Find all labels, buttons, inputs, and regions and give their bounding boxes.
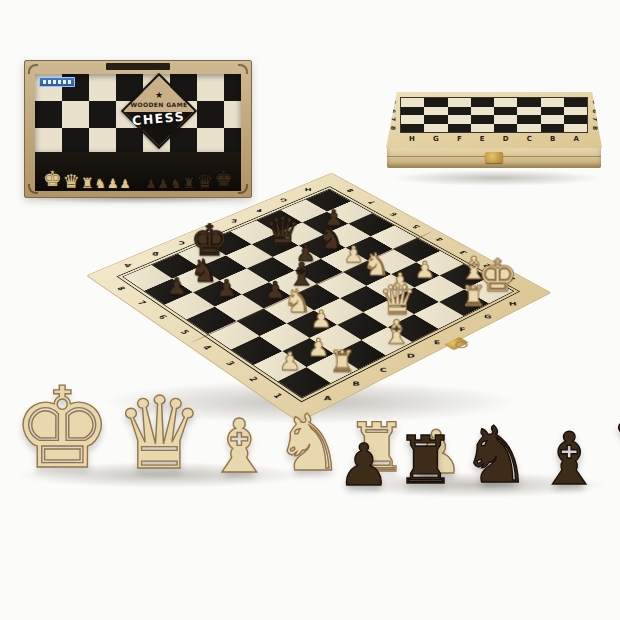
file-label-far-d: D [204, 229, 212, 233]
display-dark-pawn: ♟ [338, 439, 390, 492]
display-dark-knight: ♞ [461, 420, 531, 492]
blue-sticker [39, 77, 75, 87]
rank-label-left-7: 7 [135, 300, 146, 306]
packaging-box: ♚♛♜♞♟♟ ♟♟♞♜♛♚ ★ WOODEN GAME CHESS [24, 60, 252, 198]
box-piece-pawn: ♟ [157, 178, 169, 190]
box-diamond-label: ★ WOODEN GAME CHESS [121, 73, 197, 149]
folded-file-label: A [573, 136, 578, 143]
folded-file-label: G [433, 136, 439, 143]
file-label-far-h: H [305, 187, 312, 191]
box-piece-rook: ♜ [81, 177, 94, 190]
box-piece-knight: ♞ [170, 178, 182, 190]
folded-file-label: F [457, 136, 462, 143]
box-hang-tab [106, 63, 170, 70]
star-icon: ★ [155, 91, 163, 100]
folded-file-label: H [409, 136, 415, 143]
folded-board-file-letters: HGFEDCBA [400, 134, 588, 145]
folded-square [471, 98, 494, 107]
display-dark-queen: ♛ [608, 402, 620, 492]
piece-light-bishop-d1: ♝ [357, 316, 436, 349]
folded-square [541, 115, 564, 124]
folded-board-rank-numbers-left: 5678 [388, 98, 398, 132]
display-dark-rook: ♜ [396, 431, 455, 492]
display-dark-bishop: ♝ [537, 426, 602, 492]
box-piece-king: ♚ [43, 170, 62, 190]
box-piece-pawn: ♟ [107, 178, 119, 190]
corner-flourish-icon [28, 64, 38, 74]
folded-board: HGFEDCBA 5678 5678 [386, 92, 602, 178]
folded-square [424, 124, 447, 133]
folded-file-label: E [480, 136, 485, 143]
folded-square [448, 124, 471, 133]
rank-label-left-5: 5 [178, 330, 189, 336]
diamond-content: ★ WOODEN GAME CHESS [121, 73, 197, 149]
folded-square [471, 124, 494, 133]
folded-square [541, 107, 564, 116]
folded-rank-label: 5 [592, 100, 598, 104]
folded-square [424, 107, 447, 116]
folded-file-label: D [503, 136, 509, 143]
file-label-far-g: G [280, 197, 287, 201]
folded-square [564, 124, 587, 133]
folded-rank-label: 6 [390, 109, 396, 113]
file-label-f: F [459, 327, 466, 332]
folded-square [401, 98, 424, 107]
rank-label-right-8: 8 [345, 188, 355, 193]
rank-label-right-5: 5 [411, 224, 421, 229]
file-label-d: D [406, 353, 414, 358]
folded-square [541, 98, 564, 107]
folded-board-front-face [387, 148, 601, 168]
file-label-far-b: B [151, 251, 158, 256]
brass-clasp-icon [485, 152, 503, 163]
display-light-bishop: ♝ [206, 412, 272, 480]
folded-board-top-face: HGFEDCBA 5678 5678 [386, 92, 602, 148]
folded-square [494, 115, 517, 124]
dark-pieces-display-row: ♟♜♞♝♛♚ [338, 362, 612, 492]
display-light-queen: ♛ [114, 388, 204, 480]
folded-square [471, 107, 494, 116]
folded-square [517, 107, 540, 116]
folded-rank-label: 6 [592, 109, 598, 113]
file-label-far-a: A [124, 263, 132, 268]
folded-board-playfield [400, 97, 588, 133]
folded-square [448, 115, 471, 124]
folded-square [564, 98, 587, 107]
folded-square [517, 124, 540, 133]
box-title: CHESS [132, 108, 186, 128]
rank-label-left-6: 6 [156, 315, 167, 321]
folded-square [494, 107, 517, 116]
folded-square [401, 124, 424, 133]
box-piece-knight: ♞ [94, 178, 106, 190]
folded-square [564, 115, 587, 124]
folded-rank-label: 5 [390, 100, 396, 104]
box-brand-line: WOODEN GAME [130, 101, 187, 108]
box-pieces-dark-group: ♟♟♞♜♛♚ [145, 170, 233, 190]
box-piece-pawn: ♟ [120, 179, 131, 190]
display-light-king: ♚ [12, 377, 112, 480]
folded-rank-label: 7 [592, 117, 598, 121]
rank-label-left-8: 8 [115, 286, 126, 292]
box-bottom-band: ♚♛♜♞♟♟ ♟♟♞♜♛♚ [35, 152, 241, 191]
corner-flourish-icon [238, 64, 248, 74]
folded-checkerboard [400, 97, 588, 133]
rank-label-right-6: 6 [389, 212, 399, 217]
rank-label-right-4: 4 [434, 237, 444, 242]
folded-square [424, 115, 447, 124]
folded-file-label: B [550, 136, 555, 143]
box-pieces-light-group: ♚♛♜♞♟♟ [43, 170, 131, 190]
folded-square [448, 107, 471, 116]
folded-square [517, 115, 540, 124]
file-label-g: G [484, 314, 492, 319]
box-piece-queen: ♛ [63, 172, 80, 190]
folded-square [424, 98, 447, 107]
folded-file-label: C [527, 136, 532, 143]
folded-rank-label: 8 [390, 126, 396, 130]
folded-square [564, 107, 587, 116]
folded-board-rank-numbers-right: 5678 [590, 98, 600, 132]
piece-light-rook-g1: ♜ [436, 282, 512, 310]
file-label-far-e: E [231, 218, 237, 222]
folded-square [517, 98, 540, 107]
piece-light-pawn-c3: ♟ [282, 308, 360, 332]
folded-square [401, 115, 424, 124]
display-light-knight: ♞ [274, 408, 344, 480]
box-piece-rook: ♜ [183, 177, 196, 190]
product-photo-scene: ♚♛♜♞♟♟ ♟♟♞♜♛♚ ★ WOODEN GAME CHESS HGFEDC… [0, 0, 620, 620]
box-piece-queen: ♛ [196, 172, 213, 190]
folded-square [494, 98, 517, 107]
folded-rank-label: 7 [390, 117, 396, 121]
rank-label-right-7: 7 [367, 200, 377, 205]
folded-square [448, 98, 471, 107]
folded-square [471, 115, 494, 124]
folded-rank-label: 8 [592, 126, 598, 130]
box-piece-pawn: ♟ [145, 179, 156, 190]
folded-square [541, 124, 564, 133]
file-label-far-f: F [256, 208, 262, 212]
light-pieces-display-row: ♚♛♝♞♜♟ [12, 348, 314, 480]
box-piece-king: ♚ [214, 170, 233, 190]
piece-cell-a7: ♟ [144, 279, 193, 305]
folded-square [401, 107, 424, 116]
file-label-far-c: C [178, 240, 185, 244]
folded-square [494, 124, 517, 133]
